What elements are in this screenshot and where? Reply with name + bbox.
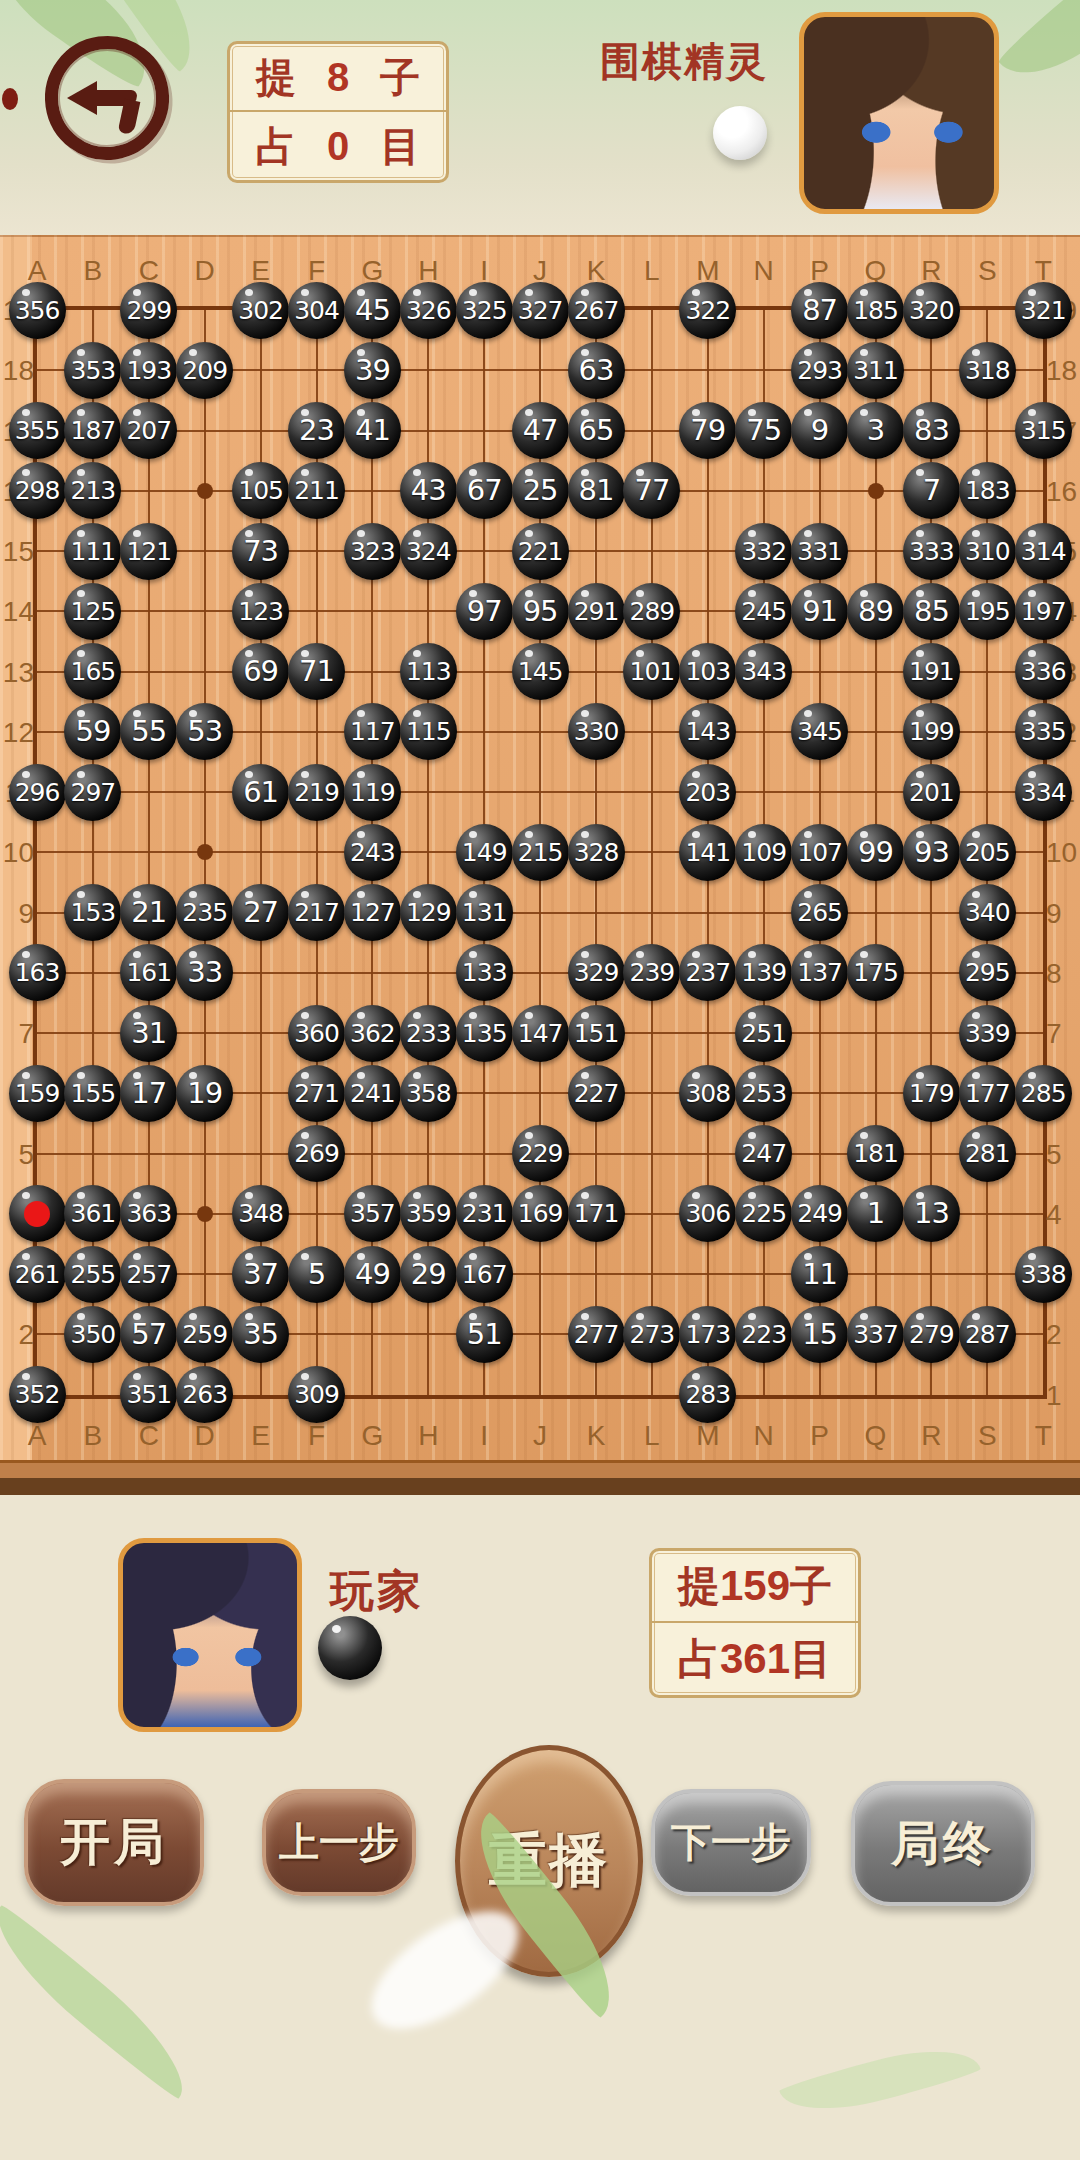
stone-B17: 187 bbox=[64, 402, 121, 459]
capture-unit: 子 bbox=[380, 50, 420, 105]
stone-G4: 357 bbox=[344, 1185, 401, 1242]
move-number: 265 bbox=[797, 900, 842, 925]
bamboo-leaf-icon bbox=[0, 1902, 204, 2103]
move-number: 329 bbox=[574, 960, 619, 985]
move-number: 285 bbox=[1021, 1081, 1066, 1106]
stone-M10: 141 bbox=[679, 824, 736, 881]
move-number: 57 bbox=[131, 1320, 166, 1349]
move-number: 29 bbox=[411, 1260, 446, 1289]
territory-label: 占 bbox=[256, 119, 296, 174]
stone-C17: 207 bbox=[120, 402, 177, 459]
move-number: 320 bbox=[909, 298, 954, 323]
col-label: I bbox=[468, 1420, 500, 1452]
stone-B13: 165 bbox=[64, 643, 121, 700]
stone-F7: 360 bbox=[288, 1005, 345, 1062]
col-label: K bbox=[580, 1420, 612, 1452]
move-number: 121 bbox=[126, 539, 171, 564]
stone-R14: 85 bbox=[903, 583, 960, 640]
stone-G19: 45 bbox=[344, 282, 401, 339]
stone-I14: 97 bbox=[456, 583, 513, 640]
move-number: 325 bbox=[462, 298, 507, 323]
row-label: 5 bbox=[0, 1139, 34, 1171]
col-label: B bbox=[77, 1420, 109, 1452]
white-stone-icon bbox=[713, 106, 767, 160]
move-number: 350 bbox=[71, 1322, 116, 1347]
stone-P4: 249 bbox=[791, 1185, 848, 1242]
row-label: 16 bbox=[1046, 476, 1080, 508]
stone-N15: 332 bbox=[735, 523, 792, 580]
star-point bbox=[197, 1206, 213, 1222]
stone-Q19: 185 bbox=[847, 282, 904, 339]
move-number: 306 bbox=[685, 1201, 730, 1226]
move-number: 324 bbox=[406, 539, 451, 564]
end-of-game-button[interactable]: 局终 bbox=[851, 1781, 1035, 1906]
move-number: 338 bbox=[1021, 1262, 1066, 1287]
stone-Q5: 181 bbox=[847, 1125, 904, 1182]
col-label: E bbox=[245, 1420, 277, 1452]
stone-D18: 209 bbox=[176, 342, 233, 399]
stone-A19: 356 bbox=[9, 282, 66, 339]
stone-M2: 173 bbox=[679, 1306, 736, 1363]
move-number: 71 bbox=[299, 657, 334, 686]
move-number: 321 bbox=[1021, 298, 1066, 323]
stone-L2: 273 bbox=[623, 1306, 680, 1363]
col-label: G bbox=[356, 1420, 388, 1452]
stone-H15: 324 bbox=[400, 523, 457, 580]
stone-B2: 350 bbox=[64, 1306, 121, 1363]
stone-M19: 322 bbox=[679, 282, 736, 339]
move-number: 287 bbox=[965, 1322, 1010, 1347]
stone-J15: 221 bbox=[512, 523, 569, 580]
row-label: 8 bbox=[1046, 958, 1080, 990]
stone-M6: 308 bbox=[679, 1065, 736, 1122]
stone-T13: 336 bbox=[1015, 643, 1072, 700]
move-number: 361 bbox=[71, 1201, 116, 1226]
col-label: A bbox=[21, 1420, 53, 1452]
stone-K18: 63 bbox=[568, 342, 625, 399]
stone-J7: 147 bbox=[512, 1005, 569, 1062]
move-number: 255 bbox=[71, 1262, 116, 1287]
stone-S16: 183 bbox=[959, 462, 1016, 519]
col-label: J bbox=[524, 1420, 556, 1452]
move-number: 51 bbox=[467, 1320, 502, 1349]
stone-P10: 107 bbox=[791, 824, 848, 881]
move-number: 279 bbox=[909, 1322, 954, 1347]
move-number: 3 bbox=[867, 416, 884, 445]
move-number: 273 bbox=[630, 1322, 675, 1347]
move-number: 253 bbox=[741, 1081, 786, 1106]
stone-Q2: 337 bbox=[847, 1306, 904, 1363]
move-number: 334 bbox=[1021, 780, 1066, 805]
move-number: 241 bbox=[350, 1081, 395, 1106]
stone-H4: 359 bbox=[400, 1185, 457, 1242]
move-number: 19 bbox=[187, 1079, 222, 1108]
move-number: 45 bbox=[355, 296, 390, 325]
stone-H19: 326 bbox=[400, 282, 457, 339]
stone-N14: 245 bbox=[735, 583, 792, 640]
move-number: 249 bbox=[797, 1201, 842, 1226]
move-number: 169 bbox=[518, 1201, 563, 1226]
move-number: 93 bbox=[914, 838, 949, 867]
move-number: 9 bbox=[811, 416, 828, 445]
prev-step-button[interactable]: 上一步 bbox=[262, 1789, 416, 1896]
move-number: 23 bbox=[299, 416, 334, 445]
move-number: 327 bbox=[518, 298, 563, 323]
stone-K14: 291 bbox=[568, 583, 625, 640]
stone-F13: 71 bbox=[288, 643, 345, 700]
stone-I10: 149 bbox=[456, 824, 513, 881]
move-number: 309 bbox=[294, 1382, 339, 1407]
move-number: 298 bbox=[15, 478, 60, 503]
brush-ink-drip bbox=[2, 88, 18, 110]
star-point bbox=[868, 483, 884, 499]
stone-F1: 309 bbox=[288, 1366, 345, 1423]
move-number: 79 bbox=[690, 416, 725, 445]
move-number: 243 bbox=[350, 840, 395, 865]
go-board[interactable]: AABBCCDDEEFFGGHHIIJJKKLLMMNNPPQQRRSSTT19… bbox=[0, 235, 1080, 1495]
stone-A3: 261 bbox=[9, 1246, 66, 1303]
capture-value: 8 bbox=[327, 55, 349, 100]
stone-K17: 65 bbox=[568, 402, 625, 459]
move-number: 163 bbox=[15, 960, 60, 985]
move-number: 117 bbox=[350, 719, 395, 744]
stone-E4: 348 bbox=[232, 1185, 289, 1242]
move-number: 37 bbox=[243, 1260, 278, 1289]
stone-I16: 67 bbox=[456, 462, 513, 519]
stone-F11: 219 bbox=[288, 764, 345, 821]
stone-K4: 171 bbox=[568, 1185, 625, 1242]
col-label: N bbox=[748, 1420, 780, 1452]
row-label: 14 bbox=[0, 596, 34, 628]
move-number: 53 bbox=[187, 717, 222, 746]
move-number: 229 bbox=[518, 1141, 563, 1166]
move-number: 173 bbox=[685, 1322, 730, 1347]
stone-C7: 31 bbox=[120, 1005, 177, 1062]
move-number: 137 bbox=[797, 960, 842, 985]
move-number: 362 bbox=[350, 1021, 395, 1046]
stone-J19: 327 bbox=[512, 282, 569, 339]
stone-C9: 21 bbox=[120, 884, 177, 941]
move-number: 267 bbox=[574, 298, 619, 323]
move-number: 322 bbox=[685, 298, 730, 323]
back-button[interactable] bbox=[45, 36, 169, 160]
move-number: 335 bbox=[1021, 719, 1066, 744]
move-number: 131 bbox=[462, 900, 507, 925]
stone-G6: 241 bbox=[344, 1065, 401, 1122]
col-label: Q bbox=[860, 1420, 892, 1452]
stone-E11: 61 bbox=[232, 764, 289, 821]
move-number: 339 bbox=[965, 1021, 1010, 1046]
move-number: 193 bbox=[126, 358, 171, 383]
move-number: 269 bbox=[294, 1141, 339, 1166]
move-number: 177 bbox=[965, 1081, 1010, 1106]
stone-K16: 81 bbox=[568, 462, 625, 519]
stone-I8: 133 bbox=[456, 944, 513, 1001]
black-capture-panel: 提 159 子 占 361 目 bbox=[649, 1548, 861, 1698]
stone-A6: 159 bbox=[9, 1065, 66, 1122]
move-number: 356 bbox=[15, 298, 60, 323]
move-number: 231 bbox=[462, 1201, 507, 1226]
move-number: 85 bbox=[914, 597, 949, 626]
move-number: 283 bbox=[685, 1382, 730, 1407]
move-number: 155 bbox=[71, 1081, 116, 1106]
move-number: 315 bbox=[1021, 418, 1066, 443]
move-number: 245 bbox=[741, 599, 786, 624]
row-label: 2 bbox=[0, 1319, 34, 1351]
move-number: 304 bbox=[294, 298, 339, 323]
player-avatar bbox=[118, 1538, 302, 1732]
opponent-avatar bbox=[799, 12, 999, 214]
move-number: 330 bbox=[574, 719, 619, 744]
move-number: 314 bbox=[1021, 539, 1066, 564]
stone-Q18: 311 bbox=[847, 342, 904, 399]
board-base-shadow bbox=[0, 1478, 1080, 1495]
stone-R11: 201 bbox=[903, 764, 960, 821]
move-number: 257 bbox=[126, 1262, 171, 1287]
move-number: 293 bbox=[797, 358, 842, 383]
move-number: 323 bbox=[350, 539, 395, 564]
stone-J17: 47 bbox=[512, 402, 569, 459]
move-number: 352 bbox=[15, 1382, 60, 1407]
stone-C2: 57 bbox=[120, 1306, 177, 1363]
grid-line bbox=[37, 1273, 1043, 1275]
move-number: 187 bbox=[71, 418, 116, 443]
stone-K10: 328 bbox=[568, 824, 625, 881]
move-number: 151 bbox=[574, 1021, 619, 1046]
stone-N5: 247 bbox=[735, 1125, 792, 1182]
move-number: 115 bbox=[406, 719, 451, 744]
stone-A4 bbox=[9, 1185, 66, 1242]
row-label: 18 bbox=[0, 355, 34, 387]
stone-N13: 343 bbox=[735, 643, 792, 700]
move-number: 357 bbox=[350, 1201, 395, 1226]
stone-K2: 277 bbox=[568, 1306, 625, 1363]
move-number: 21 bbox=[131, 898, 166, 927]
stone-S2: 287 bbox=[959, 1306, 1016, 1363]
col-label: S bbox=[971, 1420, 1003, 1452]
stone-A11: 296 bbox=[9, 764, 66, 821]
stone-C3: 257 bbox=[120, 1246, 177, 1303]
move-number: 318 bbox=[965, 358, 1010, 383]
move-number: 201 bbox=[909, 780, 954, 805]
move-number: 348 bbox=[238, 1201, 283, 1226]
move-number: 337 bbox=[853, 1322, 898, 1347]
capture-label: 提 bbox=[678, 1558, 720, 1614]
stone-J4: 169 bbox=[512, 1185, 569, 1242]
col-label: M bbox=[692, 1420, 724, 1452]
move-number: 153 bbox=[71, 900, 116, 925]
restart-button[interactable]: 开局 bbox=[24, 1779, 204, 1906]
stone-B15: 111 bbox=[64, 523, 121, 580]
col-label: D bbox=[189, 255, 221, 287]
stone-R13: 191 bbox=[903, 643, 960, 700]
stone-F3: 5 bbox=[288, 1246, 345, 1303]
move-number: 355 bbox=[15, 418, 60, 443]
move-number: 251 bbox=[741, 1021, 786, 1046]
stone-Q14: 89 bbox=[847, 583, 904, 640]
move-number: 227 bbox=[574, 1081, 619, 1106]
move-number: 17 bbox=[131, 1079, 166, 1108]
stone-C18: 193 bbox=[120, 342, 177, 399]
bamboo-leaf-icon bbox=[778, 2035, 982, 2125]
move-number: 297 bbox=[71, 780, 116, 805]
move-number: 1 bbox=[867, 1199, 884, 1228]
stone-C6: 17 bbox=[120, 1065, 177, 1122]
col-label: T bbox=[1027, 1420, 1059, 1452]
col-label: D bbox=[189, 1420, 221, 1452]
row-label: 2 bbox=[1046, 1319, 1080, 1351]
move-number: 281 bbox=[965, 1141, 1010, 1166]
stone-E19: 302 bbox=[232, 282, 289, 339]
stone-D6: 19 bbox=[176, 1065, 233, 1122]
move-number: 247 bbox=[741, 1141, 786, 1166]
stone-M17: 79 bbox=[679, 402, 736, 459]
col-label: F bbox=[301, 1420, 333, 1452]
move-number: 296 bbox=[15, 780, 60, 805]
move-number: 333 bbox=[909, 539, 954, 564]
col-label: H bbox=[412, 1420, 444, 1452]
move-number: 7 bbox=[923, 476, 940, 505]
stone-N2: 223 bbox=[735, 1306, 792, 1363]
move-number: 67 bbox=[467, 476, 502, 505]
move-number: 215 bbox=[518, 840, 563, 865]
move-number: 107 bbox=[797, 840, 842, 865]
stone-I4: 231 bbox=[456, 1185, 513, 1242]
row-label: 4 bbox=[1046, 1199, 1080, 1231]
move-number: 91 bbox=[802, 597, 837, 626]
stone-F19: 304 bbox=[288, 282, 345, 339]
button-label: 上一步 bbox=[279, 1815, 399, 1870]
stone-T15: 314 bbox=[1015, 523, 1072, 580]
stone-H9: 129 bbox=[400, 884, 457, 941]
move-number: 55 bbox=[131, 717, 166, 746]
stone-P18: 293 bbox=[791, 342, 848, 399]
row-label: 7 bbox=[1046, 1018, 1080, 1050]
row-label: 9 bbox=[0, 898, 34, 930]
stone-T12: 335 bbox=[1015, 703, 1072, 760]
move-number: 345 bbox=[797, 719, 842, 744]
stone-F17: 23 bbox=[288, 402, 345, 459]
stone-E2: 35 bbox=[232, 1306, 289, 1363]
move-number: 332 bbox=[741, 539, 786, 564]
move-number: 145 bbox=[518, 659, 563, 684]
move-number: 195 bbox=[965, 599, 1010, 624]
stone-K6: 227 bbox=[568, 1065, 625, 1122]
stone-H13: 113 bbox=[400, 643, 457, 700]
move-number: 49 bbox=[355, 1260, 390, 1289]
move-number: 331 bbox=[797, 539, 842, 564]
stone-N10: 109 bbox=[735, 824, 792, 881]
stone-F5: 269 bbox=[288, 1125, 345, 1182]
move-number: 191 bbox=[909, 659, 954, 684]
row-label: 18 bbox=[1046, 355, 1080, 387]
move-number: 159 bbox=[15, 1081, 60, 1106]
col-label: L bbox=[636, 1420, 668, 1452]
capture-label: 提 bbox=[256, 50, 296, 105]
black-stone-icon bbox=[318, 1616, 382, 1680]
button-label: 开局 bbox=[60, 1809, 168, 1876]
row-label: 13 bbox=[0, 657, 34, 689]
move-number: 95 bbox=[523, 597, 558, 626]
move-number: 41 bbox=[355, 416, 390, 445]
move-number: 277 bbox=[574, 1322, 619, 1347]
move-number: 271 bbox=[294, 1081, 339, 1106]
stone-F16: 211 bbox=[288, 462, 345, 519]
move-number: 133 bbox=[462, 960, 507, 985]
stone-K7: 151 bbox=[568, 1005, 625, 1062]
next-step-button[interactable]: 下一步 bbox=[651, 1789, 811, 1896]
stone-R15: 333 bbox=[903, 523, 960, 580]
stone-G10: 243 bbox=[344, 824, 401, 881]
move-number: 103 bbox=[685, 659, 730, 684]
move-number: 299 bbox=[126, 298, 171, 323]
move-number: 217 bbox=[294, 900, 339, 925]
stone-E13: 69 bbox=[232, 643, 289, 700]
territory-value: 0 bbox=[327, 124, 349, 169]
move-number: 295 bbox=[965, 960, 1010, 985]
stone-A16: 298 bbox=[9, 462, 66, 519]
stone-S10: 205 bbox=[959, 824, 1016, 881]
col-label: C bbox=[133, 1420, 165, 1452]
stone-F9: 217 bbox=[288, 884, 345, 941]
stone-R4: 13 bbox=[903, 1185, 960, 1242]
move-number: 89 bbox=[858, 597, 893, 626]
stone-B18: 353 bbox=[64, 342, 121, 399]
stone-E14: 123 bbox=[232, 583, 289, 640]
stone-G11: 119 bbox=[344, 764, 401, 821]
button-label: 下一步 bbox=[671, 1815, 791, 1870]
stone-I2: 51 bbox=[456, 1306, 513, 1363]
move-number: 308 bbox=[685, 1081, 730, 1106]
star-point bbox=[197, 483, 213, 499]
stone-J16: 25 bbox=[512, 462, 569, 519]
move-number: 363 bbox=[126, 1201, 171, 1226]
move-number: 113 bbox=[406, 659, 451, 684]
move-number: 83 bbox=[914, 416, 949, 445]
stone-A1: 352 bbox=[9, 1366, 66, 1423]
move-number: 235 bbox=[182, 900, 227, 925]
territory-value: 361 bbox=[720, 1635, 790, 1683]
stone-I9: 131 bbox=[456, 884, 513, 941]
move-number: 31 bbox=[131, 1019, 166, 1048]
move-number: 259 bbox=[182, 1322, 227, 1347]
move-number: 141 bbox=[685, 840, 730, 865]
move-number: 289 bbox=[630, 599, 675, 624]
stone-N7: 251 bbox=[735, 1005, 792, 1062]
move-number: 203 bbox=[685, 780, 730, 805]
stone-Q4: 1 bbox=[847, 1185, 904, 1242]
stone-E3: 37 bbox=[232, 1246, 289, 1303]
stone-J13: 145 bbox=[512, 643, 569, 700]
move-number: 263 bbox=[182, 1382, 227, 1407]
stone-P9: 265 bbox=[791, 884, 848, 941]
move-number: 179 bbox=[909, 1081, 954, 1106]
stone-S7: 339 bbox=[959, 1005, 1016, 1062]
stone-S9: 340 bbox=[959, 884, 1016, 941]
stone-B14: 125 bbox=[64, 583, 121, 640]
move-number: 35 bbox=[243, 1320, 278, 1349]
stone-E15: 73 bbox=[232, 523, 289, 580]
move-number: 185 bbox=[853, 298, 898, 323]
move-number: 209 bbox=[182, 358, 227, 383]
move-number: 43 bbox=[411, 476, 446, 505]
stone-H3: 29 bbox=[400, 1246, 457, 1303]
move-number: 340 bbox=[965, 900, 1010, 925]
stone-F6: 271 bbox=[288, 1065, 345, 1122]
stone-E9: 27 bbox=[232, 884, 289, 941]
stone-R17: 83 bbox=[903, 402, 960, 459]
stone-P17: 9 bbox=[791, 402, 848, 459]
